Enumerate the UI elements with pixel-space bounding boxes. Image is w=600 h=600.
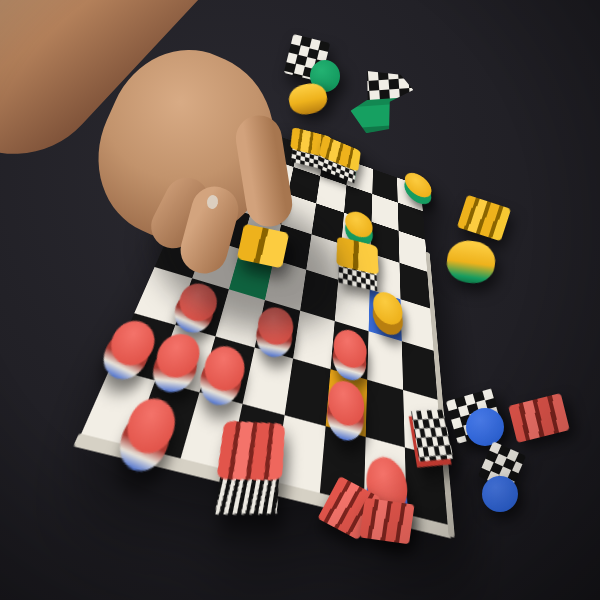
yellow-piece-off-corner[interactable] <box>444 238 497 286</box>
captured-yellow-bishop-arrow[interactable] <box>348 68 416 134</box>
piece-yellow-bishop-h8[interactable]: ♗ <box>401 167 435 210</box>
arrow-green-part <box>350 96 416 134</box>
yellow-queen-off-corner[interactable] <box>457 195 511 242</box>
captured-red-queen[interactable] <box>508 393 570 443</box>
captured-red-knight1-circle[interactable] <box>466 408 504 446</box>
square-f3[interactable]: ♟ <box>331 321 369 380</box>
red-rook-edge2[interactable] <box>359 498 414 545</box>
photo-scene: ♖♔♗♙♙♘♙♟♟♟♟♟♟♟♞♟♚♝ chess <box>0 0 600 600</box>
square-g2[interactable] <box>366 380 405 448</box>
piece-red-king-d1[interactable]: ♚ <box>210 421 285 514</box>
piece-red-pawn-f2[interactable]: ♟ <box>321 376 368 446</box>
captured-red-knight2-circle[interactable] <box>482 476 518 512</box>
square-f5[interactable]: ♘ <box>338 244 370 290</box>
